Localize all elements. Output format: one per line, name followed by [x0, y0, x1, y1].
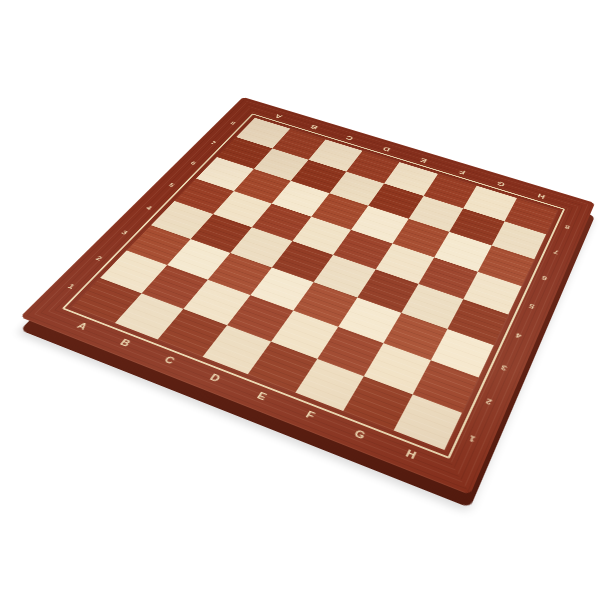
product-photo-scene: AA11BB22CC33DD44EE55FF66GG77HH88	[0, 0, 600, 600]
